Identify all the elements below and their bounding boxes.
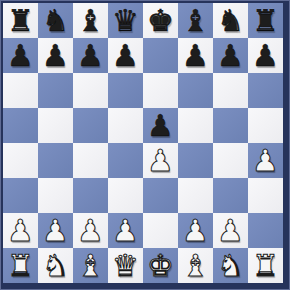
piece-black-bishop[interactable]: ♝ [182,3,209,38]
square-a4[interactable] [3,143,38,178]
square-f1[interactable]: ♝ [178,248,213,283]
square-e8[interactable]: ♚ [143,3,178,38]
piece-black-pawn[interactable]: ♟ [77,38,104,73]
square-a1[interactable]: ♜ [3,248,38,283]
square-f6[interactable] [178,73,213,108]
piece-black-pawn[interactable]: ♟ [147,108,174,143]
piece-white-knight[interactable]: ♞ [42,248,69,283]
square-g5[interactable] [213,108,248,143]
square-d3[interactable] [108,178,143,213]
square-a2[interactable]: ♟ [3,213,38,248]
square-e3[interactable] [143,178,178,213]
square-h6[interactable] [248,73,283,108]
square-a5[interactable] [3,108,38,143]
square-e6[interactable] [143,73,178,108]
square-h2[interactable] [248,213,283,248]
piece-white-knight[interactable]: ♞ [217,248,244,283]
square-c3[interactable] [73,178,108,213]
piece-black-pawn[interactable]: ♟ [182,38,209,73]
square-f2[interactable]: ♟ [178,213,213,248]
square-h8[interactable]: ♜ [248,3,283,38]
piece-black-knight[interactable]: ♞ [217,3,244,38]
piece-white-pawn[interactable]: ♟ [112,213,139,248]
square-b7[interactable]: ♟ [38,38,73,73]
square-b6[interactable] [38,73,73,108]
square-d2[interactable]: ♟ [108,213,143,248]
square-d6[interactable] [108,73,143,108]
piece-white-rook[interactable]: ♜ [7,248,34,283]
square-e1[interactable]: ♚ [143,248,178,283]
square-a7[interactable]: ♟ [3,38,38,73]
piece-white-pawn[interactable]: ♟ [252,143,279,178]
square-h1[interactable]: ♜ [248,248,283,283]
square-e2[interactable] [143,213,178,248]
piece-black-bishop[interactable]: ♝ [77,3,104,38]
square-g3[interactable] [213,178,248,213]
square-e7[interactable] [143,38,178,73]
square-c7[interactable]: ♟ [73,38,108,73]
square-d1[interactable]: ♛ [108,248,143,283]
square-c6[interactable] [73,73,108,108]
square-c4[interactable] [73,143,108,178]
square-e4[interactable]: ♟ [143,143,178,178]
piece-black-pawn[interactable]: ♟ [112,38,139,73]
piece-black-rook[interactable]: ♜ [252,3,279,38]
square-d8[interactable]: ♛ [108,3,143,38]
piece-black-rook[interactable]: ♜ [7,3,34,38]
square-b3[interactable] [38,178,73,213]
piece-black-king[interactable]: ♚ [147,3,174,38]
square-f5[interactable] [178,108,213,143]
piece-white-pawn[interactable]: ♟ [42,213,69,248]
square-c1[interactable]: ♝ [73,248,108,283]
square-b4[interactable] [38,143,73,178]
piece-white-pawn[interactable]: ♟ [77,213,104,248]
square-f8[interactable]: ♝ [178,3,213,38]
square-b5[interactable] [38,108,73,143]
square-c8[interactable]: ♝ [73,3,108,38]
square-a8[interactable]: ♜ [3,3,38,38]
piece-white-pawn[interactable]: ♟ [217,213,244,248]
square-g2[interactable]: ♟ [213,213,248,248]
square-h5[interactable] [248,108,283,143]
square-h3[interactable] [248,178,283,213]
piece-white-pawn[interactable]: ♟ [182,213,209,248]
piece-black-pawn[interactable]: ♟ [217,38,244,73]
piece-black-queen[interactable]: ♛ [112,3,139,38]
piece-black-pawn[interactable]: ♟ [252,38,279,73]
square-a6[interactable] [3,73,38,108]
square-c5[interactable] [73,108,108,143]
piece-white-bishop[interactable]: ♝ [77,248,104,283]
square-h4[interactable]: ♟ [248,143,283,178]
square-g6[interactable] [213,73,248,108]
square-f4[interactable] [178,143,213,178]
square-g7[interactable]: ♟ [213,38,248,73]
square-g1[interactable]: ♞ [213,248,248,283]
square-c2[interactable]: ♟ [73,213,108,248]
square-a3[interactable] [3,178,38,213]
square-d5[interactable] [108,108,143,143]
square-b1[interactable]: ♞ [38,248,73,283]
piece-white-pawn[interactable]: ♟ [7,213,34,248]
piece-white-bishop[interactable]: ♝ [182,248,209,283]
square-f3[interactable] [178,178,213,213]
square-d7[interactable]: ♟ [108,38,143,73]
piece-white-queen[interactable]: ♛ [112,248,139,283]
piece-black-pawn[interactable]: ♟ [42,38,69,73]
square-g4[interactable] [213,143,248,178]
square-d4[interactable] [108,143,143,178]
square-f7[interactable]: ♟ [178,38,213,73]
piece-black-pawn[interactable]: ♟ [7,38,34,73]
square-b2[interactable]: ♟ [38,213,73,248]
square-e5[interactable]: ♟ [143,108,178,143]
square-b8[interactable]: ♞ [38,3,73,38]
square-g8[interactable]: ♞ [213,3,248,38]
piece-black-knight[interactable]: ♞ [42,3,69,38]
piece-white-king[interactable]: ♚ [147,248,174,283]
chess-board: ♜♞♝♛♚♝♞♜♟♟♟♟♟♟♟♟♟♟♟♟♟♟♟♟♜♞♝♛♚♝♞♜ [3,3,283,283]
piece-white-pawn[interactable]: ♟ [147,143,174,178]
piece-white-rook[interactable]: ♜ [252,248,279,283]
square-h7[interactable]: ♟ [248,38,283,73]
board-frame: ♜♞♝♛♚♝♞♜♟♟♟♟♟♟♟♟♟♟♟♟♟♟♟♟♜♞♝♛♚♝♞♜ [0,0,290,290]
